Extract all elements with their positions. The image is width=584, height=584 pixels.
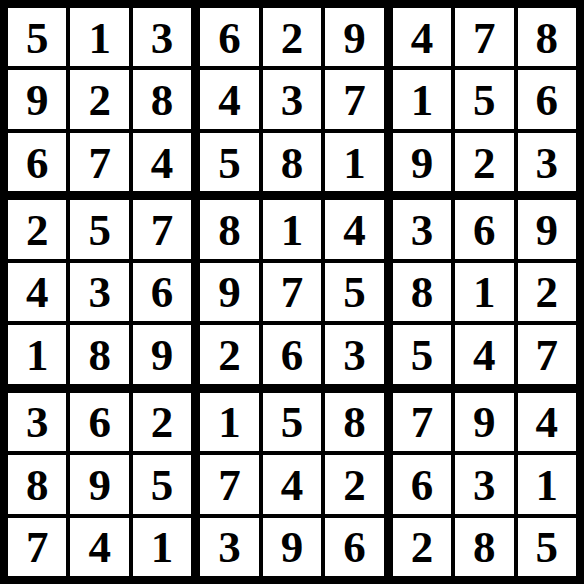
cell-r1c1[interactable]: 5 [8, 8, 66, 66]
cell-r3c9[interactable]: 3 [518, 133, 576, 191]
cell-digit: 1 [411, 78, 434, 123]
cell-digit: 7 [88, 141, 111, 186]
cell-r5c8[interactable]: 1 [455, 263, 513, 321]
cell-digit: 3 [536, 141, 559, 186]
cell-digit: 9 [536, 208, 559, 253]
cell-digit: 4 [88, 525, 111, 570]
cell-digit: 7 [411, 400, 434, 445]
cell-r4c8[interactable]: 6 [455, 200, 513, 258]
cell-digit: 5 [343, 270, 366, 315]
cell-digit: 1 [281, 208, 304, 253]
cell-r2c8[interactable]: 5 [455, 70, 513, 128]
cell-r1c5[interactable]: 2 [263, 8, 321, 66]
cell-r5c4[interactable]: 9 [200, 263, 258, 321]
cell-digit: 1 [473, 270, 496, 315]
cell-r2c1[interactable]: 9 [8, 70, 66, 128]
cell-digit: 7 [281, 270, 304, 315]
cell-digit: 7 [218, 463, 241, 508]
cell-digit: 4 [411, 16, 434, 61]
cell-digit: 6 [151, 270, 174, 315]
cell-digit: 7 [473, 16, 496, 61]
cell-r6c2[interactable]: 8 [70, 325, 128, 383]
cell-digit: 9 [218, 270, 241, 315]
cell-r3c1[interactable]: 6 [8, 133, 66, 191]
cell-r7c4[interactable]: 1 [200, 393, 258, 451]
cell-digit: 2 [343, 463, 366, 508]
cell-digit: 6 [473, 208, 496, 253]
cell-digit: 6 [26, 141, 49, 186]
cell-digit: 3 [88, 270, 111, 315]
cell-r6c7[interactable]: 5 [393, 325, 451, 383]
cell-r1c4[interactable]: 6 [200, 8, 258, 66]
cell-digit: 9 [151, 333, 174, 378]
sudoku-box-1: 513928674 [8, 8, 191, 191]
cell-digit: 1 [151, 525, 174, 570]
cell-digit: 8 [88, 333, 111, 378]
cell-r5c2[interactable]: 3 [70, 263, 128, 321]
cell-r5c5[interactable]: 7 [263, 263, 321, 321]
cell-digit: 5 [88, 208, 111, 253]
cell-digit: 8 [151, 78, 174, 123]
cell-digit: 1 [88, 16, 111, 61]
cell-r2c2[interactable]: 2 [70, 70, 128, 128]
cell-r9c1[interactable]: 7 [8, 518, 66, 576]
cell-r7c6[interactable]: 8 [325, 393, 383, 451]
cell-r9c5[interactable]: 9 [263, 518, 321, 576]
cell-r6c5[interactable]: 6 [263, 325, 321, 383]
cell-digit: 2 [473, 141, 496, 186]
cell-digit: 4 [343, 208, 366, 253]
cell-r1c6[interactable]: 9 [325, 8, 383, 66]
cell-digit: 4 [26, 270, 49, 315]
cell-digit: 6 [88, 400, 111, 445]
sudoku-box-6: 369812547 [393, 200, 576, 383]
cell-r4c5[interactable]: 1 [263, 200, 321, 258]
cell-digit: 5 [218, 141, 241, 186]
cell-r9c2[interactable]: 4 [70, 518, 128, 576]
cell-r8c5[interactable]: 4 [263, 455, 321, 513]
cell-r1c2[interactable]: 1 [70, 8, 128, 66]
cell-r5c3[interactable]: 6 [133, 263, 191, 321]
cell-digit: 8 [343, 400, 366, 445]
sudoku-box-8: 158742396 [200, 393, 383, 576]
cell-r4c4[interactable]: 8 [200, 200, 258, 258]
cell-r4c6[interactable]: 4 [325, 200, 383, 258]
cell-digit: 6 [343, 525, 366, 570]
cell-r6c8[interactable]: 4 [455, 325, 513, 383]
cell-digit: 6 [411, 463, 434, 508]
cell-digit: 2 [88, 78, 111, 123]
cell-r8c4[interactable]: 7 [200, 455, 258, 513]
cell-r8c6[interactable]: 2 [325, 455, 383, 513]
cell-r4c9[interactable]: 9 [518, 200, 576, 258]
cell-digit: 6 [218, 16, 241, 61]
cell-digit: 6 [281, 333, 304, 378]
cell-r8c2[interactable]: 9 [70, 455, 128, 513]
cell-r7c9[interactable]: 4 [518, 393, 576, 451]
cell-r8c3[interactable]: 5 [133, 455, 191, 513]
cell-r1c3[interactable]: 3 [133, 8, 191, 66]
cell-digit: 3 [218, 525, 241, 570]
cell-r6c3[interactable]: 9 [133, 325, 191, 383]
cell-r3c2[interactable]: 7 [70, 133, 128, 191]
sudoku-box-2: 629437581 [200, 8, 383, 191]
cell-r5c1[interactable]: 4 [8, 263, 66, 321]
cell-digit: 5 [536, 525, 559, 570]
cell-digit: 4 [151, 141, 174, 186]
cell-digit: 4 [536, 400, 559, 445]
cell-r7c8[interactable]: 9 [455, 393, 513, 451]
cell-r4c3[interactable]: 7 [133, 200, 191, 258]
cell-digit: 9 [411, 141, 434, 186]
cell-digit: 9 [343, 16, 366, 61]
cell-r3c7[interactable]: 9 [393, 133, 451, 191]
cell-r5c7[interactable]: 8 [393, 263, 451, 321]
cell-digit: 5 [26, 16, 49, 61]
cell-r2c3[interactable]: 8 [133, 70, 191, 128]
cell-r7c7[interactable]: 7 [393, 393, 451, 451]
cell-r5c9[interactable]: 2 [518, 263, 576, 321]
cell-digit: 8 [281, 141, 304, 186]
cell-r6c6[interactable]: 3 [325, 325, 383, 383]
sudoku-box-7: 362895741 [8, 393, 191, 576]
cell-digit: 5 [411, 333, 434, 378]
cell-r6c1[interactable]: 1 [8, 325, 66, 383]
cell-r2c7[interactable]: 1 [393, 70, 451, 128]
cell-digit: 9 [88, 463, 111, 508]
cell-digit: 3 [343, 333, 366, 378]
cell-digit: 2 [218, 333, 241, 378]
cell-digit: 8 [26, 463, 49, 508]
cell-r9c9[interactable]: 5 [518, 518, 576, 576]
cell-r2c9[interactable]: 6 [518, 70, 576, 128]
cell-digit: 5 [151, 463, 174, 508]
cell-r6c4[interactable]: 2 [200, 325, 258, 383]
cell-digit: 2 [151, 400, 174, 445]
cell-r7c1[interactable]: 3 [8, 393, 66, 451]
cell-digit: 1 [536, 463, 559, 508]
cell-digit: 5 [281, 400, 304, 445]
cell-digit: 2 [281, 16, 304, 61]
cell-digit: 3 [151, 16, 174, 61]
cell-digit: 8 [218, 208, 241, 253]
cell-r5c6[interactable]: 5 [325, 263, 383, 321]
cell-r2c5[interactable]: 3 [263, 70, 321, 128]
cell-r3c3[interactable]: 4 [133, 133, 191, 191]
cell-digit: 9 [26, 78, 49, 123]
cell-r7c2[interactable]: 6 [70, 393, 128, 451]
cell-digit: 1 [218, 400, 241, 445]
cell-r9c8[interactable]: 8 [455, 518, 513, 576]
cell-r1c7[interactable]: 4 [393, 8, 451, 66]
cell-digit: 4 [218, 78, 241, 123]
cell-digit: 8 [536, 16, 559, 61]
cell-digit: 4 [473, 333, 496, 378]
cell-digit: 8 [473, 525, 496, 570]
cell-r9c4[interactable]: 3 [200, 518, 258, 576]
cell-digit: 4 [281, 463, 304, 508]
cell-digit: 3 [411, 208, 434, 253]
cell-digit: 2 [411, 525, 434, 570]
cell-r7c5[interactable]: 5 [263, 393, 321, 451]
cell-r2c6[interactable]: 7 [325, 70, 383, 128]
cell-digit: 3 [26, 400, 49, 445]
cell-digit: 9 [281, 525, 304, 570]
cell-r9c6[interactable]: 6 [325, 518, 383, 576]
cell-digit: 8 [411, 270, 434, 315]
sudoku-box-5: 814975263 [200, 200, 383, 383]
cell-r4c1[interactable]: 2 [8, 200, 66, 258]
cell-digit: 7 [343, 78, 366, 123]
cell-digit: 1 [26, 333, 49, 378]
cell-r3c8[interactable]: 2 [455, 133, 513, 191]
cell-digit: 2 [26, 208, 49, 253]
cell-r8c9[interactable]: 1 [518, 455, 576, 513]
cell-digit: 3 [473, 463, 496, 508]
cell-r7c3[interactable]: 2 [133, 393, 191, 451]
sudoku-board: 5139286746294375814781569232574361898149… [0, 0, 584, 584]
cell-digit: 3 [281, 78, 304, 123]
cell-digit: 7 [151, 208, 174, 253]
cell-r4c2[interactable]: 5 [70, 200, 128, 258]
cell-digit: 9 [473, 400, 496, 445]
cell-r4c7[interactable]: 3 [393, 200, 451, 258]
cell-r9c7[interactable]: 2 [393, 518, 451, 576]
cell-r8c1[interactable]: 8 [8, 455, 66, 513]
cell-digit: 7 [536, 333, 559, 378]
cell-r9c3[interactable]: 1 [133, 518, 191, 576]
cell-digit: 7 [26, 525, 49, 570]
cell-digit: 1 [343, 141, 366, 186]
cell-digit: 2 [536, 270, 559, 315]
cell-r8c7[interactable]: 6 [393, 455, 451, 513]
cell-r8c8[interactable]: 3 [455, 455, 513, 513]
cell-r1c9[interactable]: 8 [518, 8, 576, 66]
cell-digit: 6 [536, 78, 559, 123]
cell-r1c8[interactable]: 7 [455, 8, 513, 66]
sudoku-box-9: 794631285 [393, 393, 576, 576]
sudoku-box-3: 478156923 [393, 8, 576, 191]
cell-digit: 5 [473, 78, 496, 123]
sudoku-box-4: 257436189 [8, 200, 191, 383]
cell-r3c6[interactable]: 1 [325, 133, 383, 191]
cell-r2c4[interactable]: 4 [200, 70, 258, 128]
cell-r3c5[interactable]: 8 [263, 133, 321, 191]
cell-r3c4[interactable]: 5 [200, 133, 258, 191]
cell-r6c9[interactable]: 7 [518, 325, 576, 383]
